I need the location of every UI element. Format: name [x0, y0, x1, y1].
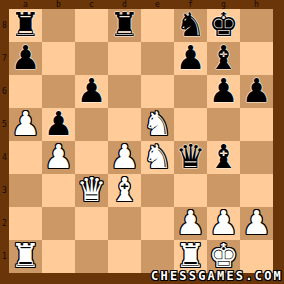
piece-white-pawn: ♟	[242, 206, 272, 239]
piece-white-king: ♚	[209, 239, 239, 272]
piece-white-queen: ♛	[77, 173, 107, 206]
piece-white-pawn: ♟	[176, 206, 206, 239]
square-b4[interactable]: ♟	[42, 141, 75, 174]
file-label-h: h	[240, 0, 273, 9]
square-c1[interactable]	[75, 240, 108, 273]
piece-black-rook: ♜	[110, 8, 140, 41]
square-h5[interactable]	[240, 108, 273, 141]
piece-black-pawn: ♟	[77, 74, 107, 107]
rank-label-1: 1	[0, 240, 9, 273]
square-d2[interactable]	[108, 207, 141, 240]
piece-black-bishop: ♝	[209, 41, 239, 74]
square-f7[interactable]: ♟	[174, 42, 207, 75]
piece-black-king: ♚	[209, 8, 239, 41]
square-d3[interactable]: ♝	[108, 174, 141, 207]
piece-white-rook: ♜	[176, 239, 206, 272]
piece-white-pawn: ♟	[11, 107, 41, 140]
square-a1[interactable]: ♜	[9, 240, 42, 273]
square-h4[interactable]	[240, 141, 273, 174]
square-h2[interactable]: ♟	[240, 207, 273, 240]
piece-white-bishop: ♝	[110, 173, 140, 206]
square-g4[interactable]: ♝	[207, 141, 240, 174]
square-d7[interactable]	[108, 42, 141, 75]
file-label-b: b	[42, 0, 75, 9]
square-f6[interactable]	[174, 75, 207, 108]
square-e3[interactable]	[141, 174, 174, 207]
square-b1[interactable]	[42, 240, 75, 273]
piece-black-knight: ♞	[176, 8, 206, 41]
rank-label-2: 2	[0, 207, 9, 240]
square-b8[interactable]	[42, 9, 75, 42]
piece-white-pawn: ♟	[209, 206, 239, 239]
piece-white-knight: ♞	[143, 140, 173, 173]
square-g6[interactable]: ♟	[207, 75, 240, 108]
rank-label-8: 8	[0, 9, 9, 42]
rank-label-7: 7	[0, 42, 9, 75]
square-a3[interactable]	[9, 174, 42, 207]
rank-label-4: 4	[0, 141, 9, 174]
square-c8[interactable]	[75, 9, 108, 42]
square-d8[interactable]: ♜	[108, 9, 141, 42]
square-c2[interactable]	[75, 207, 108, 240]
square-b3[interactable]	[42, 174, 75, 207]
square-a7[interactable]: ♟	[9, 42, 42, 75]
rank-label-5: 5	[0, 108, 9, 141]
square-c6[interactable]: ♟	[75, 75, 108, 108]
watermark: CHESSGAMES.COM	[151, 269, 283, 283]
rank-label-6: 6	[0, 75, 9, 108]
square-e8[interactable]	[141, 9, 174, 42]
square-a4[interactable]	[9, 141, 42, 174]
square-f4[interactable]: ♛	[174, 141, 207, 174]
board-frame: abcdefgh 87654321 ♜♜♞♚♟♟♝♟♟♟♟♟♞♟♟♞♛♝♛♝♟♟…	[0, 0, 284, 284]
piece-black-pawn: ♟	[176, 41, 206, 74]
piece-white-rook: ♜	[11, 239, 41, 272]
square-d6[interactable]	[108, 75, 141, 108]
piece-black-pawn: ♟	[209, 74, 239, 107]
square-h8[interactable]	[240, 9, 273, 42]
square-b2[interactable]	[42, 207, 75, 240]
piece-black-queen: ♛	[176, 140, 206, 173]
piece-black-rook: ♜	[11, 8, 41, 41]
piece-black-pawn: ♟	[44, 107, 74, 140]
piece-white-pawn: ♟	[110, 140, 140, 173]
square-a5[interactable]: ♟	[9, 108, 42, 141]
square-d1[interactable]	[108, 240, 141, 273]
square-h6[interactable]: ♟	[240, 75, 273, 108]
square-e7[interactable]	[141, 42, 174, 75]
chess-board: ♜♜♞♚♟♟♝♟♟♟♟♟♞♟♟♞♛♝♛♝♟♟♟♜♜♚	[9, 9, 273, 273]
rank-labels: 87654321	[0, 9, 9, 273]
square-e2[interactable]	[141, 207, 174, 240]
square-b7[interactable]	[42, 42, 75, 75]
piece-black-pawn: ♟	[242, 74, 272, 107]
square-c5[interactable]	[75, 108, 108, 141]
file-label-c: c	[75, 0, 108, 9]
piece-black-pawn: ♟	[11, 41, 41, 74]
piece-white-knight: ♞	[143, 107, 173, 140]
piece-black-bishop: ♝	[209, 140, 239, 173]
square-c3[interactable]: ♛	[75, 174, 108, 207]
rank-label-3: 3	[0, 174, 9, 207]
file-label-e: e	[141, 0, 174, 9]
piece-white-pawn: ♟	[44, 140, 74, 173]
square-e4[interactable]: ♞	[141, 141, 174, 174]
